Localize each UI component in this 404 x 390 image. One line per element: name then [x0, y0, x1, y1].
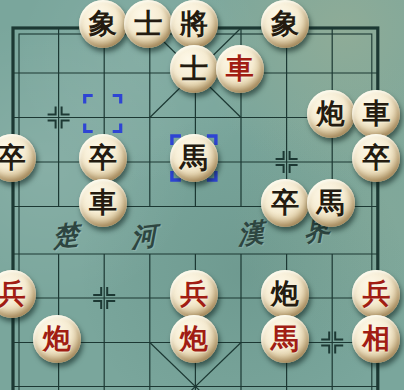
piece-glyph: 卒 [89, 144, 117, 172]
piece-black-horse[interactable]: 馬 [170, 134, 218, 182]
piece-glyph: 車 [226, 55, 254, 83]
piece-glyph: 兵 [362, 280, 390, 308]
piece-glyph: 車 [89, 189, 117, 217]
piece-glyph: 馬 [317, 189, 345, 217]
piece-black-horse[interactable]: 馬 [307, 179, 355, 227]
piece-glyph: 士 [134, 10, 162, 38]
piece-glyph: 卒 [0, 144, 26, 172]
piece-red-cannon[interactable]: 炮 [33, 315, 81, 363]
piece-glyph: 象 [271, 10, 299, 38]
piece-black-cannon[interactable]: 炮 [261, 270, 309, 318]
piece-black-elephant[interactable]: 象 [79, 0, 127, 48]
piece-black-soldier[interactable]: 卒 [352, 134, 400, 182]
piece-glyph: 炮 [317, 100, 345, 128]
piece-black-advisor[interactable]: 士 [170, 45, 218, 93]
piece-glyph: 炮 [271, 280, 299, 308]
piece-glyph: 炮 [180, 325, 208, 353]
xiangqi-board[interactable]: 楚河漢界 象士將象士車炮車卒卒馬卒車卒馬兵兵炮兵炮炮馬相 [0, 0, 404, 390]
piece-glyph: 將 [180, 10, 208, 38]
piece-glyph: 馬 [271, 325, 299, 353]
piece-black-chariot[interactable]: 車 [79, 179, 127, 227]
piece-glyph: 炮 [43, 325, 71, 353]
piece-black-advisor[interactable]: 士 [124, 0, 172, 48]
piece-black-general[interactable]: 將 [170, 0, 218, 48]
piece-red-horse[interactable]: 馬 [261, 315, 309, 363]
piece-black-elephant[interactable]: 象 [261, 0, 309, 48]
piece-black-soldier[interactable]: 卒 [0, 134, 36, 182]
piece-glyph: 相 [362, 325, 390, 353]
piece-glyph: 車 [362, 100, 390, 128]
piece-red-soldier[interactable]: 兵 [0, 270, 36, 318]
piece-red-chariot[interactable]: 車 [216, 45, 264, 93]
piece-glyph: 馬 [180, 144, 208, 172]
piece-glyph: 卒 [362, 144, 390, 172]
piece-glyph: 兵 [180, 280, 208, 308]
piece-black-soldier[interactable]: 卒 [261, 179, 309, 227]
piece-black-cannon[interactable]: 炮 [307, 90, 355, 138]
piece-glyph: 象 [89, 10, 117, 38]
piece-red-soldier[interactable]: 兵 [352, 270, 400, 318]
piece-red-elephant[interactable]: 相 [352, 315, 400, 363]
piece-glyph: 士 [180, 55, 208, 83]
piece-red-soldier[interactable]: 兵 [170, 270, 218, 318]
piece-layer: 象士將象士車炮車卒卒馬卒車卒馬兵兵炮兵炮炮馬相 [0, 0, 404, 390]
piece-glyph: 卒 [271, 189, 299, 217]
piece-black-chariot[interactable]: 車 [352, 90, 400, 138]
piece-glyph: 兵 [0, 280, 26, 308]
piece-black-soldier[interactable]: 卒 [79, 134, 127, 182]
piece-red-cannon[interactable]: 炮 [170, 315, 218, 363]
